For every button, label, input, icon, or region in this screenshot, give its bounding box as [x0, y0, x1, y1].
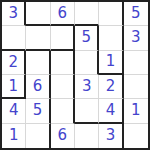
cell-r6c5: 3 — [99, 124, 123, 148]
cell-r6c2[interactable] — [26, 124, 50, 148]
cell-r3c5: 1 — [99, 51, 123, 75]
cell-r3c3[interactable] — [51, 51, 75, 75]
cell-r4c1: 1 — [2, 75, 26, 99]
cell-r1c2[interactable] — [26, 2, 50, 26]
cell-r1c4[interactable] — [75, 2, 99, 26]
cell-r3c2[interactable] — [26, 51, 50, 75]
cell-r2c5[interactable] — [99, 26, 123, 50]
cell-r2c1[interactable] — [2, 26, 26, 50]
cell-r6c3: 6 — [51, 124, 75, 148]
cell-r3c1: 2 — [2, 51, 26, 75]
cell-r5c2: 5 — [26, 99, 50, 123]
cell-r1c3: 6 — [51, 2, 75, 26]
cell-r3c4[interactable] — [75, 51, 99, 75]
cell-r4c6[interactable] — [124, 75, 148, 99]
cell-r2c4: 5 — [75, 26, 99, 50]
cell-r5c3[interactable] — [51, 99, 75, 123]
cell-r3c6[interactable] — [124, 51, 148, 75]
cell-r4c5: 2 — [99, 75, 123, 99]
cell-r5c6: 1 — [124, 99, 148, 123]
cell-r6c4[interactable] — [75, 124, 99, 148]
cell-r4c2: 6 — [26, 75, 50, 99]
cell-r1c1: 3 — [2, 2, 26, 26]
cell-r2c6: 3 — [124, 26, 148, 50]
cell-r4c3[interactable] — [51, 75, 75, 99]
cell-r5c1: 4 — [2, 99, 26, 123]
cell-r4c4: 3 — [75, 75, 99, 99]
cell-r6c1: 1 — [2, 124, 26, 148]
cell-r5c5: 4 — [99, 99, 123, 123]
cell-r5c4[interactable] — [75, 99, 99, 123]
suguru-board: 365532116324541163 — [0, 0, 150, 150]
cell-r1c6: 5 — [124, 2, 148, 26]
cell-r2c3[interactable] — [51, 26, 75, 50]
cell-r2c2[interactable] — [26, 26, 50, 50]
cell-r6c6[interactable] — [124, 124, 148, 148]
cell-r1c5[interactable] — [99, 2, 123, 26]
